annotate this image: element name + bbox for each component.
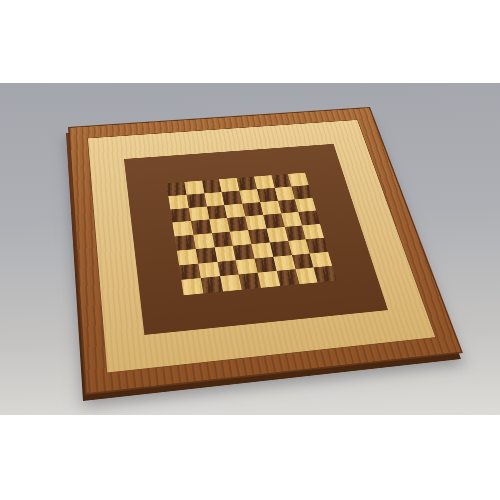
square-a1 (181, 278, 203, 295)
product-photo-page (0, 0, 500, 500)
board-squares-grid (166, 173, 336, 296)
board-inlay-band (87, 119, 436, 373)
board-inner-line (124, 144, 388, 335)
chess-board (68, 107, 463, 395)
photo-area (0, 83, 500, 415)
square-h1 (314, 266, 337, 283)
